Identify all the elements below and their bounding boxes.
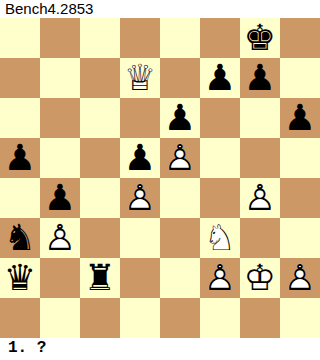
square-b8[interactable] (40, 18, 80, 58)
piece-white-pawn[interactable]: ♙ (280, 258, 320, 298)
square-e8[interactable] (160, 18, 200, 58)
square-h1[interactable] (280, 298, 320, 338)
square-a6[interactable] (0, 98, 40, 138)
piece-white-pawn[interactable]: ♙ (200, 258, 240, 298)
square-d5[interactable]: ♟ (120, 138, 160, 178)
square-h7[interactable] (280, 58, 320, 98)
square-a2[interactable]: ♛ (0, 258, 40, 298)
square-b3[interactable]: ♟♙ (40, 218, 80, 258)
square-g4[interactable]: ♟♙ (240, 178, 280, 218)
square-g1[interactable] (240, 298, 280, 338)
square-e1[interactable] (160, 298, 200, 338)
piece-black-knight[interactable]: ♞ (0, 218, 40, 258)
square-c3[interactable] (80, 218, 120, 258)
square-a4[interactable] (0, 178, 40, 218)
piece-black-king[interactable]: ♚ (240, 18, 280, 58)
square-f3[interactable]: ♞♘ (200, 218, 240, 258)
square-f7[interactable]: ♟ (200, 58, 240, 98)
square-h3[interactable] (280, 218, 320, 258)
piece-white-pawn[interactable]: ♙ (240, 178, 280, 218)
square-c7[interactable] (80, 58, 120, 98)
square-g6[interactable] (240, 98, 280, 138)
square-a5[interactable]: ♟ (0, 138, 40, 178)
square-f5[interactable] (200, 138, 240, 178)
piece-white-knight-fill: ♞ (200, 218, 240, 258)
square-d2[interactable] (120, 258, 160, 298)
piece-white-king[interactable]: ♔ (240, 258, 280, 298)
piece-white-pawn-fill: ♟ (160, 138, 200, 178)
square-e2[interactable] (160, 258, 200, 298)
square-f1[interactable] (200, 298, 240, 338)
square-e3[interactable] (160, 218, 200, 258)
piece-black-pawn[interactable]: ♟ (40, 178, 80, 218)
square-b6[interactable] (40, 98, 80, 138)
piece-black-pawn[interactable]: ♟ (280, 98, 320, 138)
square-d6[interactable] (120, 98, 160, 138)
piece-white-pawn-fill: ♟ (280, 258, 320, 298)
square-h5[interactable] (280, 138, 320, 178)
piece-white-pawn[interactable]: ♙ (160, 138, 200, 178)
piece-white-pawn-fill: ♟ (200, 258, 240, 298)
square-d1[interactable] (120, 298, 160, 338)
square-b7[interactable] (40, 58, 80, 98)
square-h6[interactable]: ♟ (280, 98, 320, 138)
square-h2[interactable]: ♟♙ (280, 258, 320, 298)
square-g8[interactable]: ♚ (240, 18, 280, 58)
position-title: Bench4.2853 (5, 0, 93, 18)
square-g7[interactable]: ♟ (240, 58, 280, 98)
square-e7[interactable] (160, 58, 200, 98)
piece-black-pawn[interactable]: ♟ (120, 138, 160, 178)
piece-black-pawn[interactable]: ♟ (0, 138, 40, 178)
piece-white-knight[interactable]: ♘ (200, 218, 240, 258)
square-d3[interactable] (120, 218, 160, 258)
piece-white-king-fill: ♚ (240, 258, 280, 298)
piece-white-queen[interactable]: ♕ (120, 58, 160, 98)
square-h8[interactable] (280, 18, 320, 58)
piece-white-pawn[interactable]: ♙ (120, 178, 160, 218)
piece-black-pawn[interactable]: ♟ (200, 58, 240, 98)
piece-black-queen[interactable]: ♛ (0, 258, 40, 298)
piece-white-pawn-fill: ♟ (240, 178, 280, 218)
square-e6[interactable]: ♟ (160, 98, 200, 138)
square-e5[interactable]: ♟♙ (160, 138, 200, 178)
square-b2[interactable] (40, 258, 80, 298)
square-f2[interactable]: ♟♙ (200, 258, 240, 298)
square-c8[interactable] (80, 18, 120, 58)
square-d7[interactable]: ♛♕ (120, 58, 160, 98)
square-c6[interactable] (80, 98, 120, 138)
square-c5[interactable] (80, 138, 120, 178)
square-h4[interactable] (280, 178, 320, 218)
square-b5[interactable] (40, 138, 80, 178)
square-a1[interactable] (0, 298, 40, 338)
square-g3[interactable] (240, 218, 280, 258)
square-a8[interactable] (0, 18, 40, 58)
square-a7[interactable] (0, 58, 40, 98)
square-d4[interactable]: ♟♙ (120, 178, 160, 218)
piece-black-pawn[interactable]: ♟ (160, 98, 200, 138)
piece-white-pawn-fill: ♟ (40, 218, 80, 258)
square-e4[interactable] (160, 178, 200, 218)
square-b1[interactable] (40, 298, 80, 338)
square-f6[interactable] (200, 98, 240, 138)
piece-white-queen-fill: ♛ (120, 58, 160, 98)
chess-board: ♚♛♕♟♟♟♟♟♟♟♙♟♟♙♟♙♞♟♙♞♘♛♜♟♙♚♔♟♙ (0, 18, 320, 338)
square-d8[interactable] (120, 18, 160, 58)
square-c4[interactable] (80, 178, 120, 218)
square-f4[interactable] (200, 178, 240, 218)
piece-white-pawn-fill: ♟ (120, 178, 160, 218)
square-g5[interactable] (240, 138, 280, 178)
square-a3[interactable]: ♞ (0, 218, 40, 258)
square-f8[interactable] (200, 18, 240, 58)
piece-black-rook[interactable]: ♜ (80, 258, 120, 298)
piece-black-pawn[interactable]: ♟ (240, 58, 280, 98)
square-b4[interactable]: ♟ (40, 178, 80, 218)
move-prompt: 1. ? (8, 338, 46, 360)
piece-white-pawn[interactable]: ♙ (40, 218, 80, 258)
square-c1[interactable] (80, 298, 120, 338)
square-c2[interactable]: ♜ (80, 258, 120, 298)
square-g2[interactable]: ♚♔ (240, 258, 280, 298)
